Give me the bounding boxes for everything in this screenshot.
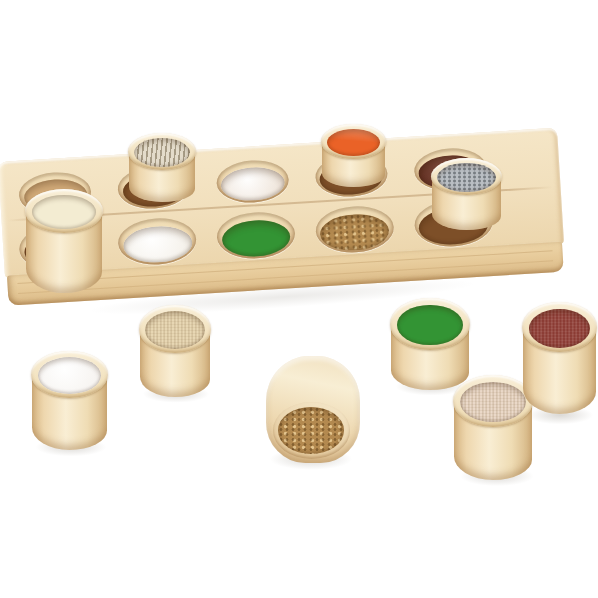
texture-face-green-felt: [397, 305, 463, 346]
cylinder-rim: [453, 375, 533, 427]
texture-face-sandpaper: [145, 311, 204, 348]
cylinder-sandpaper-beige-loose[interactable]: [139, 305, 211, 397]
cylinder-tan-sandpaper-loose[interactable]: [453, 375, 533, 480]
recess-texture-wool: [220, 166, 285, 203]
cylinder-rim: [273, 402, 350, 459]
cylinder-ribbed-on-board[interactable]: [128, 133, 196, 202]
recess-texture-fleece: [122, 224, 193, 264]
cylinder-rim: [25, 189, 103, 233]
cylinder-rim: [431, 158, 502, 195]
recess-front-3-green-felt[interactable]: [216, 210, 297, 261]
cylinder-rim: [139, 305, 211, 353]
recess-front-4-cork[interactable]: [314, 204, 395, 255]
recess-back-3-wool[interactable]: [215, 158, 289, 204]
texture-face-white: [38, 357, 101, 394]
texture-face-maroon-sandpaper: [529, 309, 591, 348]
cylinder-grey-nubs-on-board[interactable]: [431, 158, 502, 230]
cylinder-cream-on-board[interactable]: [25, 189, 103, 293]
cylinder-rim: [390, 298, 470, 350]
cylinder-rim: [522, 302, 597, 352]
cylinder-rim: [321, 124, 386, 159]
cylinder-orange-on-board[interactable]: [321, 124, 386, 187]
cylinder-cork-tilted-loose[interactable]: [266, 356, 360, 463]
scene: [0, 0, 598, 598]
cylinder-white-loose[interactable]: [31, 351, 108, 450]
texture-face-ribbed: [134, 138, 190, 167]
recess-texture-green-felt: [221, 218, 292, 258]
recess-front-2-fleece[interactable]: [117, 216, 198, 267]
texture-face-cork: [278, 407, 344, 454]
cylinder-rim: [31, 351, 108, 398]
recess-texture-cork: [319, 212, 390, 252]
texture-face-orange: [327, 129, 380, 156]
texture-face-cream: [32, 195, 96, 229]
cylinder-maroon-sandpaper-loose[interactable]: [522, 302, 597, 414]
texture-face-tan-sandpaper: [460, 382, 526, 423]
texture-face-nubs: [437, 163, 495, 192]
cylinder-rim: [128, 133, 196, 170]
